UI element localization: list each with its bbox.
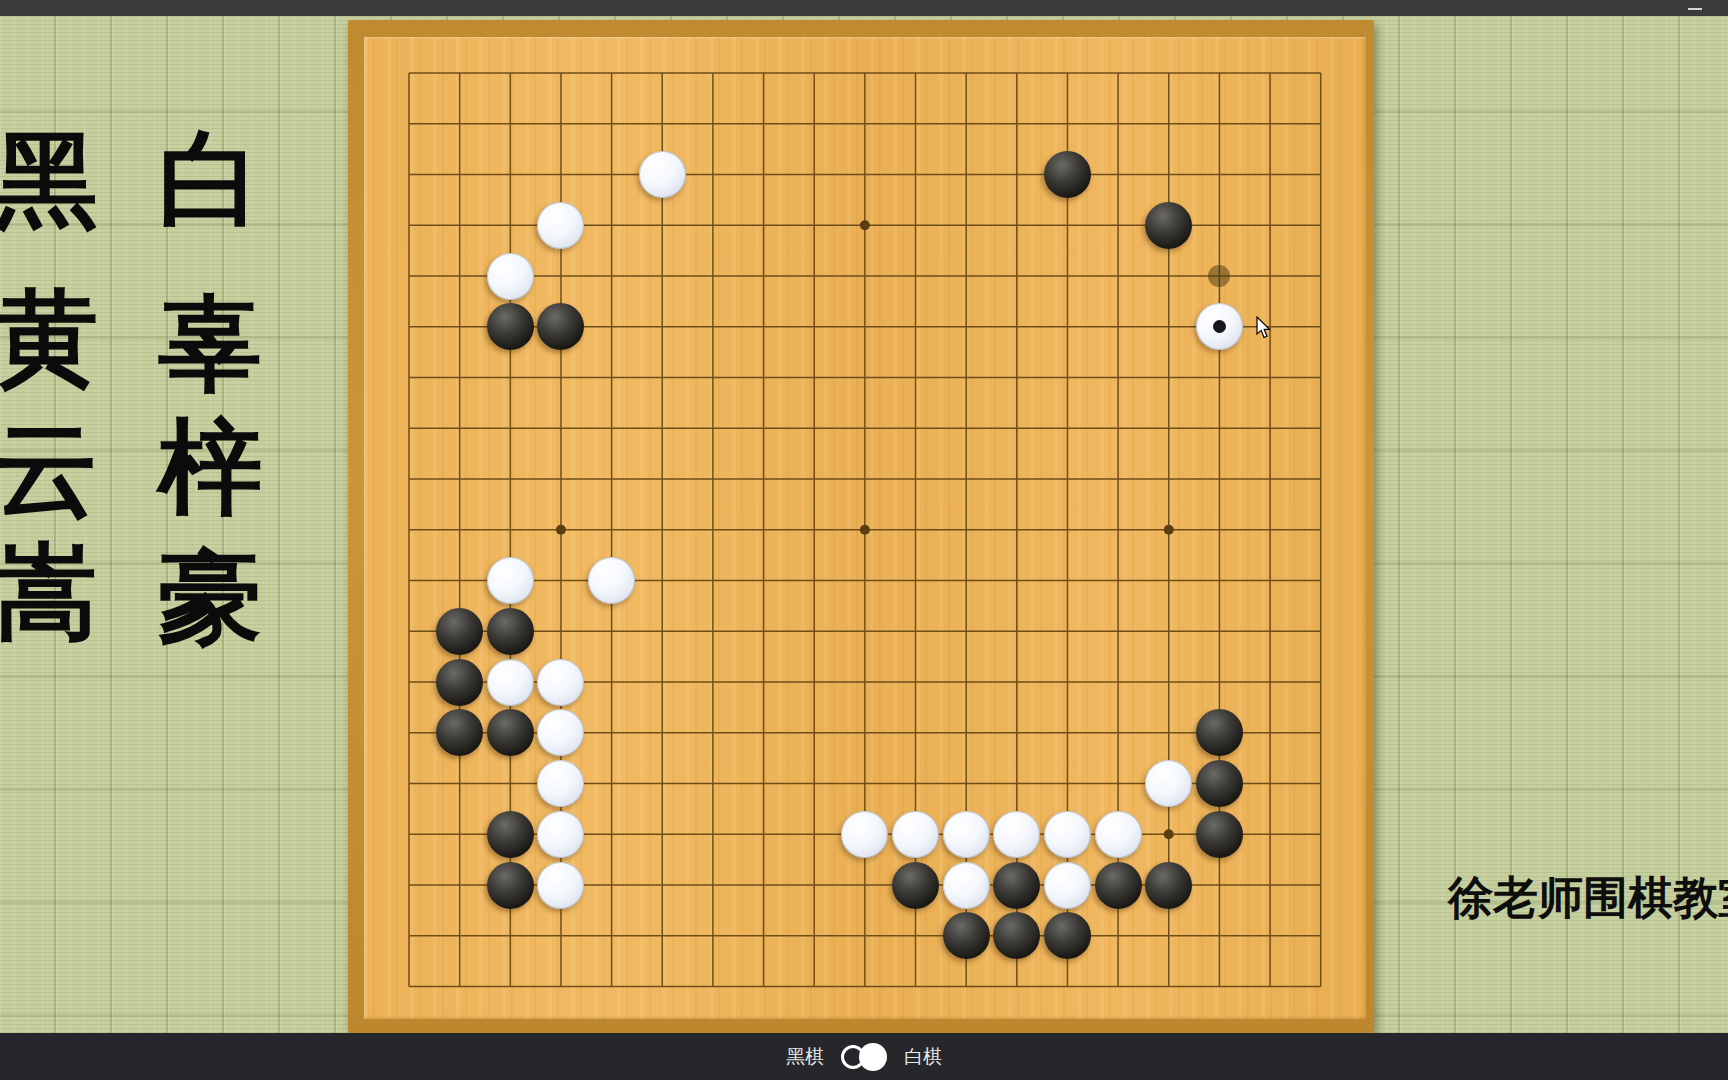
white-stone xyxy=(1044,862,1091,909)
black-stone xyxy=(1095,862,1142,909)
white-stone xyxy=(841,811,888,858)
watermark-text: 徐老师围棋教室 xyxy=(1448,868,1728,928)
black-stone xyxy=(1044,151,1091,198)
star-point xyxy=(860,220,870,230)
white-stone xyxy=(537,811,584,858)
white-player-color-label: 白 xyxy=(152,127,268,231)
white-stone xyxy=(993,811,1040,858)
white-stone xyxy=(1044,811,1091,858)
black-stone xyxy=(1196,811,1243,858)
white-stone xyxy=(1196,303,1243,350)
black-stone xyxy=(487,709,534,756)
black-stone xyxy=(487,303,534,350)
white-stone xyxy=(487,253,534,300)
black-stone xyxy=(1145,202,1192,249)
white-stones-label: 白棋 xyxy=(904,1044,942,1070)
go-review-app: { "game": "go", "title_bar": { "minimize… xyxy=(0,0,1728,1080)
bottom-bar: 黑棋 白棋 xyxy=(0,1033,1728,1080)
star-point xyxy=(556,525,566,535)
black-player-name-char: 云 xyxy=(0,417,104,521)
black-stone xyxy=(487,811,534,858)
white-player-name-char: 豪 xyxy=(152,545,268,649)
black-stone xyxy=(993,862,1040,909)
white-stone xyxy=(943,862,990,909)
white-stone xyxy=(537,202,584,249)
white-stone xyxy=(487,659,534,706)
black-stone xyxy=(943,912,990,959)
black-stone xyxy=(436,608,483,655)
white-stone xyxy=(639,151,686,198)
go-board[interactable] xyxy=(348,20,1374,1033)
black-stone xyxy=(892,862,939,909)
white-player-name-char: 辜 xyxy=(152,292,268,396)
last-move-marker xyxy=(1213,320,1226,333)
black-player-name-char: 黄 xyxy=(0,286,104,390)
black-stone xyxy=(436,659,483,706)
black-stone xyxy=(1145,862,1192,909)
black-stone xyxy=(1044,912,1091,959)
stone-color-toggle[interactable] xyxy=(841,1043,887,1071)
title-bar xyxy=(0,0,1728,16)
white-stone xyxy=(1095,811,1142,858)
white-stone xyxy=(943,811,990,858)
white-stone xyxy=(487,557,534,604)
white-player-name-char: 梓 xyxy=(152,415,268,519)
black-stone xyxy=(487,608,534,655)
mouse-cursor-icon xyxy=(1256,316,1272,340)
black-player-name-char: 嵩 xyxy=(0,540,104,644)
star-point xyxy=(860,525,870,535)
star-point xyxy=(1164,829,1174,839)
white-stone xyxy=(588,557,635,604)
black-stone xyxy=(487,862,534,909)
toggle-white-knob-icon xyxy=(859,1043,887,1071)
white-stone xyxy=(537,862,584,909)
black-player-color-label: 黑 xyxy=(0,128,104,232)
black-stone xyxy=(1196,709,1243,756)
white-stone xyxy=(892,811,939,858)
star-point xyxy=(1164,525,1174,535)
white-stone xyxy=(537,659,584,706)
white-stone xyxy=(1145,760,1192,807)
minimize-icon[interactable] xyxy=(1688,8,1702,10)
black-stones-label: 黑棋 xyxy=(786,1044,824,1070)
black-stone xyxy=(1196,760,1243,807)
